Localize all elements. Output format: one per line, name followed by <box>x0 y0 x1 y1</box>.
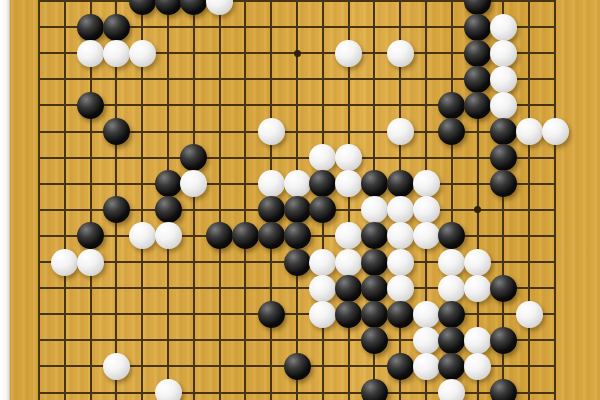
black-stone[interactable] <box>361 327 388 354</box>
white-stone[interactable] <box>309 275 336 302</box>
black-stone[interactable] <box>464 0 491 15</box>
white-stone[interactable] <box>129 222 156 249</box>
white-stone[interactable] <box>77 249 104 276</box>
grid-hline <box>38 313 556 315</box>
white-stone[interactable] <box>464 353 491 380</box>
black-stone[interactable] <box>361 379 388 400</box>
white-stone[interactable] <box>438 249 465 276</box>
black-stone[interactable] <box>438 327 465 354</box>
white-stone[interactable] <box>129 40 156 67</box>
white-stone[interactable] <box>309 144 336 171</box>
grid-hline <box>38 392 556 394</box>
white-stone[interactable] <box>464 327 491 354</box>
black-stone[interactable] <box>335 301 362 328</box>
black-stone[interactable] <box>206 222 233 249</box>
white-stone[interactable] <box>309 249 336 276</box>
left-border-strip <box>0 0 10 400</box>
white-stone[interactable] <box>180 170 207 197</box>
black-stone[interactable] <box>258 222 285 249</box>
white-stone[interactable] <box>413 222 440 249</box>
black-stone[interactable] <box>335 275 362 302</box>
white-stone[interactable] <box>206 0 233 15</box>
black-stone[interactable] <box>258 196 285 223</box>
white-stone[interactable] <box>309 301 336 328</box>
white-stone[interactable] <box>335 40 362 67</box>
black-stone[interactable] <box>284 353 311 380</box>
black-stone[interactable] <box>438 92 465 119</box>
black-stone[interactable] <box>464 92 491 119</box>
white-stone[interactable] <box>516 301 543 328</box>
white-stone[interactable] <box>438 275 465 302</box>
white-stone[interactable] <box>258 170 285 197</box>
white-stone[interactable] <box>413 353 440 380</box>
white-stone[interactable] <box>387 196 414 223</box>
black-stone[interactable] <box>284 222 311 249</box>
black-stone[interactable] <box>361 301 388 328</box>
white-stone[interactable] <box>387 118 414 145</box>
black-stone[interactable] <box>309 196 336 223</box>
black-stone[interactable] <box>103 196 130 223</box>
star-point <box>294 50 301 57</box>
white-stone[interactable] <box>103 353 130 380</box>
white-stone[interactable] <box>284 170 311 197</box>
black-stone[interactable] <box>490 327 517 354</box>
white-stone[interactable] <box>464 249 491 276</box>
white-stone[interactable] <box>464 275 491 302</box>
star-point <box>474 206 481 213</box>
black-stone[interactable] <box>284 196 311 223</box>
black-stone[interactable] <box>438 118 465 145</box>
black-stone[interactable] <box>490 118 517 145</box>
black-stone[interactable] <box>129 0 156 15</box>
black-stone[interactable] <box>490 275 517 302</box>
white-stone[interactable] <box>413 196 440 223</box>
black-stone[interactable] <box>180 0 207 15</box>
white-stone[interactable] <box>413 170 440 197</box>
grid-hline <box>38 157 556 159</box>
white-stone[interactable] <box>490 66 517 93</box>
white-stone[interactable] <box>335 170 362 197</box>
black-stone[interactable] <box>438 222 465 249</box>
go-board[interactable] <box>0 0 600 400</box>
screenshot <box>0 0 600 400</box>
white-stone[interactable] <box>77 40 104 67</box>
black-stone[interactable] <box>232 222 259 249</box>
black-stone[interactable] <box>77 222 104 249</box>
white-stone[interactable] <box>361 196 388 223</box>
white-stone[interactable] <box>438 379 465 400</box>
white-stone[interactable] <box>387 275 414 302</box>
black-stone[interactable] <box>180 144 207 171</box>
white-stone[interactable] <box>155 379 182 400</box>
white-stone[interactable] <box>490 40 517 67</box>
white-stone[interactable] <box>155 222 182 249</box>
black-stone[interactable] <box>387 353 414 380</box>
black-stone[interactable] <box>490 379 517 400</box>
white-stone[interactable] <box>387 249 414 276</box>
black-stone[interactable] <box>387 301 414 328</box>
black-stone[interactable] <box>258 301 285 328</box>
black-stone[interactable] <box>77 92 104 119</box>
black-stone[interactable] <box>155 0 182 15</box>
white-stone[interactable] <box>335 222 362 249</box>
white-stone[interactable] <box>490 92 517 119</box>
white-stone[interactable] <box>335 144 362 171</box>
white-stone[interactable] <box>258 118 285 145</box>
black-stone[interactable] <box>464 14 491 41</box>
white-stone[interactable] <box>387 40 414 67</box>
black-stone[interactable] <box>103 118 130 145</box>
white-stone[interactable] <box>387 222 414 249</box>
black-stone[interactable] <box>77 14 104 41</box>
black-stone[interactable] <box>155 196 182 223</box>
white-stone[interactable] <box>335 249 362 276</box>
white-stone[interactable] <box>516 118 543 145</box>
black-stone[interactable] <box>309 170 336 197</box>
black-stone[interactable] <box>438 301 465 328</box>
black-stone[interactable] <box>155 170 182 197</box>
white-stone[interactable] <box>413 327 440 354</box>
black-stone[interactable] <box>361 275 388 302</box>
white-stone[interactable] <box>490 14 517 41</box>
black-stone[interactable] <box>361 222 388 249</box>
black-stone[interactable] <box>464 66 491 93</box>
black-stone[interactable] <box>438 353 465 380</box>
white-stone[interactable] <box>413 301 440 328</box>
black-stone[interactable] <box>464 40 491 67</box>
black-stone[interactable] <box>361 249 388 276</box>
black-stone[interactable] <box>387 170 414 197</box>
black-stone[interactable] <box>361 170 388 197</box>
white-stone[interactable] <box>542 118 569 145</box>
white-stone[interactable] <box>51 249 78 276</box>
black-stone[interactable] <box>103 14 130 41</box>
black-stone[interactable] <box>490 170 517 197</box>
black-stone[interactable] <box>284 249 311 276</box>
black-stone[interactable] <box>490 144 517 171</box>
white-stone[interactable] <box>103 40 130 67</box>
